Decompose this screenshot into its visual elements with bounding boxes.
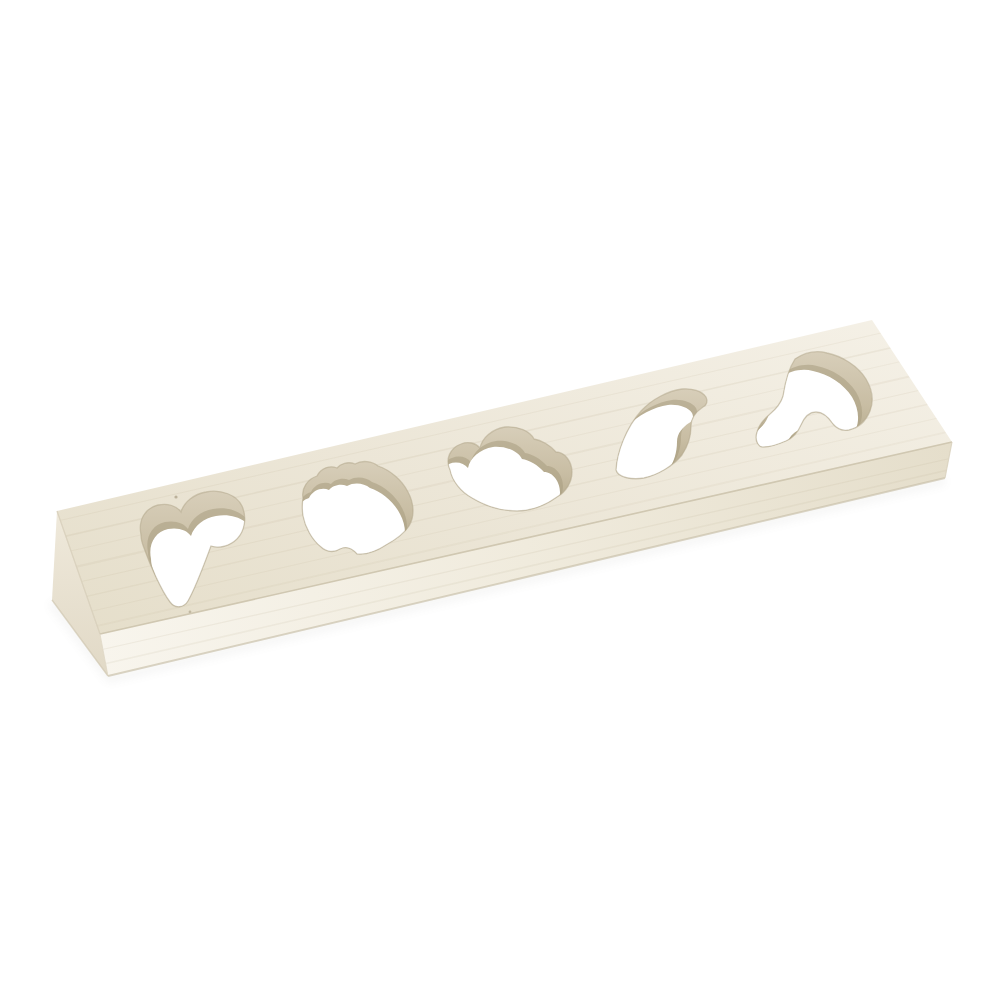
wooden-puzzle-board-illustration	[0, 0, 1000, 1000]
product-photo	[0, 0, 1000, 1000]
wood-knot-speck	[174, 495, 177, 498]
